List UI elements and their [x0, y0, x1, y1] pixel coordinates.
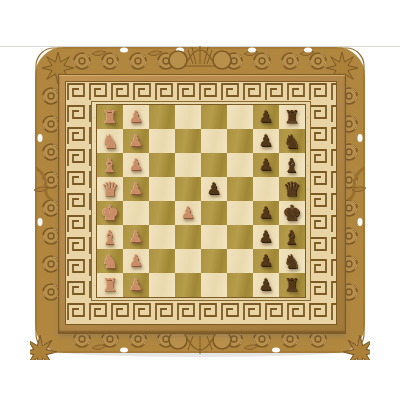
piece-white-king-e1[interactable]: ♚	[97, 201, 123, 225]
chess-board: ♜♞♝♛♚♝♞♜♟♟♟♟♟♟♟♟♟♟♟♟♟♟♟♟♜♞♝♛♚♝♞♜	[97, 105, 305, 297]
piece-black-pawn-g7[interactable]: ♟	[253, 249, 279, 273]
board-square[interactable]	[201, 249, 227, 273]
piece-white-knight-g1[interactable]: ♞	[97, 249, 123, 273]
piece-black-pawn-b7[interactable]: ♟	[253, 129, 279, 153]
piece-black-rook-h8[interactable]: ♜	[279, 273, 305, 297]
piece-white-rook-a1[interactable]: ♜	[97, 105, 123, 129]
piece-black-knight-b8[interactable]: ♞	[279, 129, 305, 153]
board-square[interactable]	[149, 249, 175, 273]
board-square[interactable]	[175, 177, 201, 201]
coordinate-mark: ·	[307, 260, 308, 264]
board-square[interactable]	[175, 225, 201, 249]
coordinate-mark: ·	[307, 164, 308, 168]
coordinate-mark: ·	[307, 140, 308, 144]
board-square[interactable]	[149, 177, 175, 201]
board-square[interactable]	[175, 273, 201, 297]
piece-black-bishop-f8[interactable]: ♝	[279, 225, 305, 249]
board-square[interactable]	[227, 273, 253, 297]
piece-white-pawn-f2[interactable]: ♟	[123, 225, 149, 249]
coordinate-mark: ·	[94, 212, 95, 216]
piece-white-rook-h1[interactable]: ♜	[97, 273, 123, 297]
piece-black-pawn-e7[interactable]: ♟	[253, 201, 279, 225]
board-square[interactable]	[201, 273, 227, 297]
board-square[interactable]	[175, 153, 201, 177]
board-square[interactable]	[253, 177, 279, 201]
piece-black-queen-d8[interactable]: ♛	[279, 177, 305, 201]
piece-white-pawn-e4[interactable]: ♟	[175, 201, 201, 225]
board-square[interactable]	[227, 153, 253, 177]
coordinate-mark: ·	[307, 236, 308, 240]
coordinate-mark: ·	[307, 284, 308, 288]
piece-black-knight-g8[interactable]: ♞	[279, 249, 305, 273]
piece-black-pawn-a7[interactable]: ♟	[253, 105, 279, 129]
piece-white-bishop-c1[interactable]: ♝	[97, 153, 123, 177]
piece-white-pawn-g2[interactable]: ♟	[123, 249, 149, 273]
board-square[interactable]	[149, 273, 175, 297]
coordinate-mark: ·	[307, 188, 308, 192]
board-square[interactable]	[227, 201, 253, 225]
piece-black-king-e8[interactable]: ♚	[279, 201, 305, 225]
piece-white-pawn-b2[interactable]: ♟	[123, 129, 149, 153]
piece-white-pawn-h2[interactable]: ♟	[123, 273, 149, 297]
board-square[interactable]	[123, 201, 149, 225]
coordinate-mark: ·	[307, 116, 308, 120]
board-square[interactable]	[227, 105, 253, 129]
piece-white-pawn-a2[interactable]: ♟	[123, 105, 149, 129]
piece-black-pawn-f7[interactable]: ♟	[253, 225, 279, 249]
piece-black-bishop-c8[interactable]: ♝	[279, 153, 305, 177]
board-square[interactable]	[227, 225, 253, 249]
board-square[interactable]	[149, 225, 175, 249]
board-square[interactable]	[175, 129, 201, 153]
coordinate-mark: ·	[94, 116, 95, 120]
board-square[interactable]	[175, 249, 201, 273]
board-square[interactable]	[149, 201, 175, 225]
piece-black-rook-a8[interactable]: ♜	[279, 105, 305, 129]
piece-white-queen-d1[interactable]: ♛	[97, 177, 123, 201]
board-square[interactable]	[227, 129, 253, 153]
board-square[interactable]	[201, 105, 227, 129]
coordinate-mark: ·	[94, 140, 95, 144]
board-square[interactable]	[201, 225, 227, 249]
board-square[interactable]	[201, 129, 227, 153]
board-square[interactable]	[175, 105, 201, 129]
piece-black-pawn-h7[interactable]: ♟	[253, 273, 279, 297]
board-square[interactable]	[227, 177, 253, 201]
coordinate-mark: ·	[307, 212, 308, 216]
board-square[interactable]	[149, 105, 175, 129]
piece-white-pawn-c2[interactable]: ♟	[123, 153, 149, 177]
coordinate-mark: ·	[94, 236, 95, 240]
board-square[interactable]	[149, 129, 175, 153]
board-square[interactable]	[201, 201, 227, 225]
board-square[interactable]	[201, 153, 227, 177]
board-square[interactable]	[227, 249, 253, 273]
piece-white-pawn-d2[interactable]: ♟	[123, 177, 149, 201]
piece-white-bishop-f1[interactable]: ♝	[97, 225, 123, 249]
piece-white-knight-b1[interactable]: ♞	[97, 129, 123, 153]
coordinate-mark: ·	[94, 164, 95, 168]
chess-table-photo: ································ ♜♞♝♛♚♝♞…	[0, 0, 400, 400]
piece-black-pawn-d5[interactable]: ♟	[201, 177, 227, 201]
board-square[interactable]	[149, 153, 175, 177]
coordinate-mark: ·	[94, 188, 95, 192]
piece-black-pawn-c7[interactable]: ♟	[253, 153, 279, 177]
coordinate-mark: ·	[94, 284, 95, 288]
coordinate-mark: ·	[94, 260, 95, 264]
